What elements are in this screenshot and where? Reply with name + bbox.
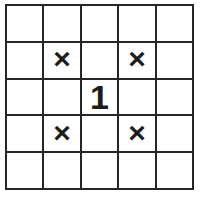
grid-cell-r2c0[interactable] bbox=[7, 80, 42, 115]
grid-cell-r3c2[interactable] bbox=[82, 116, 117, 151]
grid-cell-r1c3[interactable]: × bbox=[119, 43, 154, 78]
grid-cell-r3c1[interactable]: × bbox=[44, 116, 79, 151]
x-mark-icon: × bbox=[53, 44, 71, 74]
grid-cell-r1c4[interactable] bbox=[157, 43, 192, 78]
x-mark-icon: × bbox=[128, 118, 146, 148]
x-mark-icon: × bbox=[128, 44, 146, 74]
grid-cell-r2c4[interactable] bbox=[157, 80, 192, 115]
grid-cell-r1c0[interactable] bbox=[7, 43, 42, 78]
grid-cell-r3c0[interactable] bbox=[7, 116, 42, 151]
grid-cell-r4c3[interactable] bbox=[119, 153, 154, 188]
grid-cell-r3c4[interactable] bbox=[157, 116, 192, 151]
grid-cell-r0c3[interactable] bbox=[119, 6, 154, 41]
grid-cell-r2c2[interactable]: 1 bbox=[82, 80, 117, 115]
clue-number: 1 bbox=[90, 80, 109, 114]
grid-cell-r3c3[interactable]: × bbox=[119, 116, 154, 151]
grid-cell-r1c2[interactable] bbox=[82, 43, 117, 78]
grid-cell-r4c1[interactable] bbox=[44, 153, 79, 188]
grid-cell-r0c0[interactable] bbox=[7, 6, 42, 41]
grid-cell-r0c2[interactable] bbox=[82, 6, 117, 41]
grid-cell-r4c2[interactable] bbox=[82, 153, 117, 188]
grid-cell-r2c3[interactable] bbox=[119, 80, 154, 115]
grid-cell-r0c4[interactable] bbox=[157, 6, 192, 41]
grid-cell-r1c1[interactable]: × bbox=[44, 43, 79, 78]
puzzle-board-area: ××1×× bbox=[5, 4, 194, 190]
puzzle-grid: ××1×× bbox=[5, 4, 194, 190]
grid-cell-r0c1[interactable] bbox=[44, 6, 79, 41]
grid-cell-r4c4[interactable] bbox=[157, 153, 192, 188]
grid-cell-r2c1[interactable] bbox=[44, 80, 79, 115]
grid-cell-r4c0[interactable] bbox=[7, 153, 42, 188]
x-mark-icon: × bbox=[53, 118, 71, 148]
